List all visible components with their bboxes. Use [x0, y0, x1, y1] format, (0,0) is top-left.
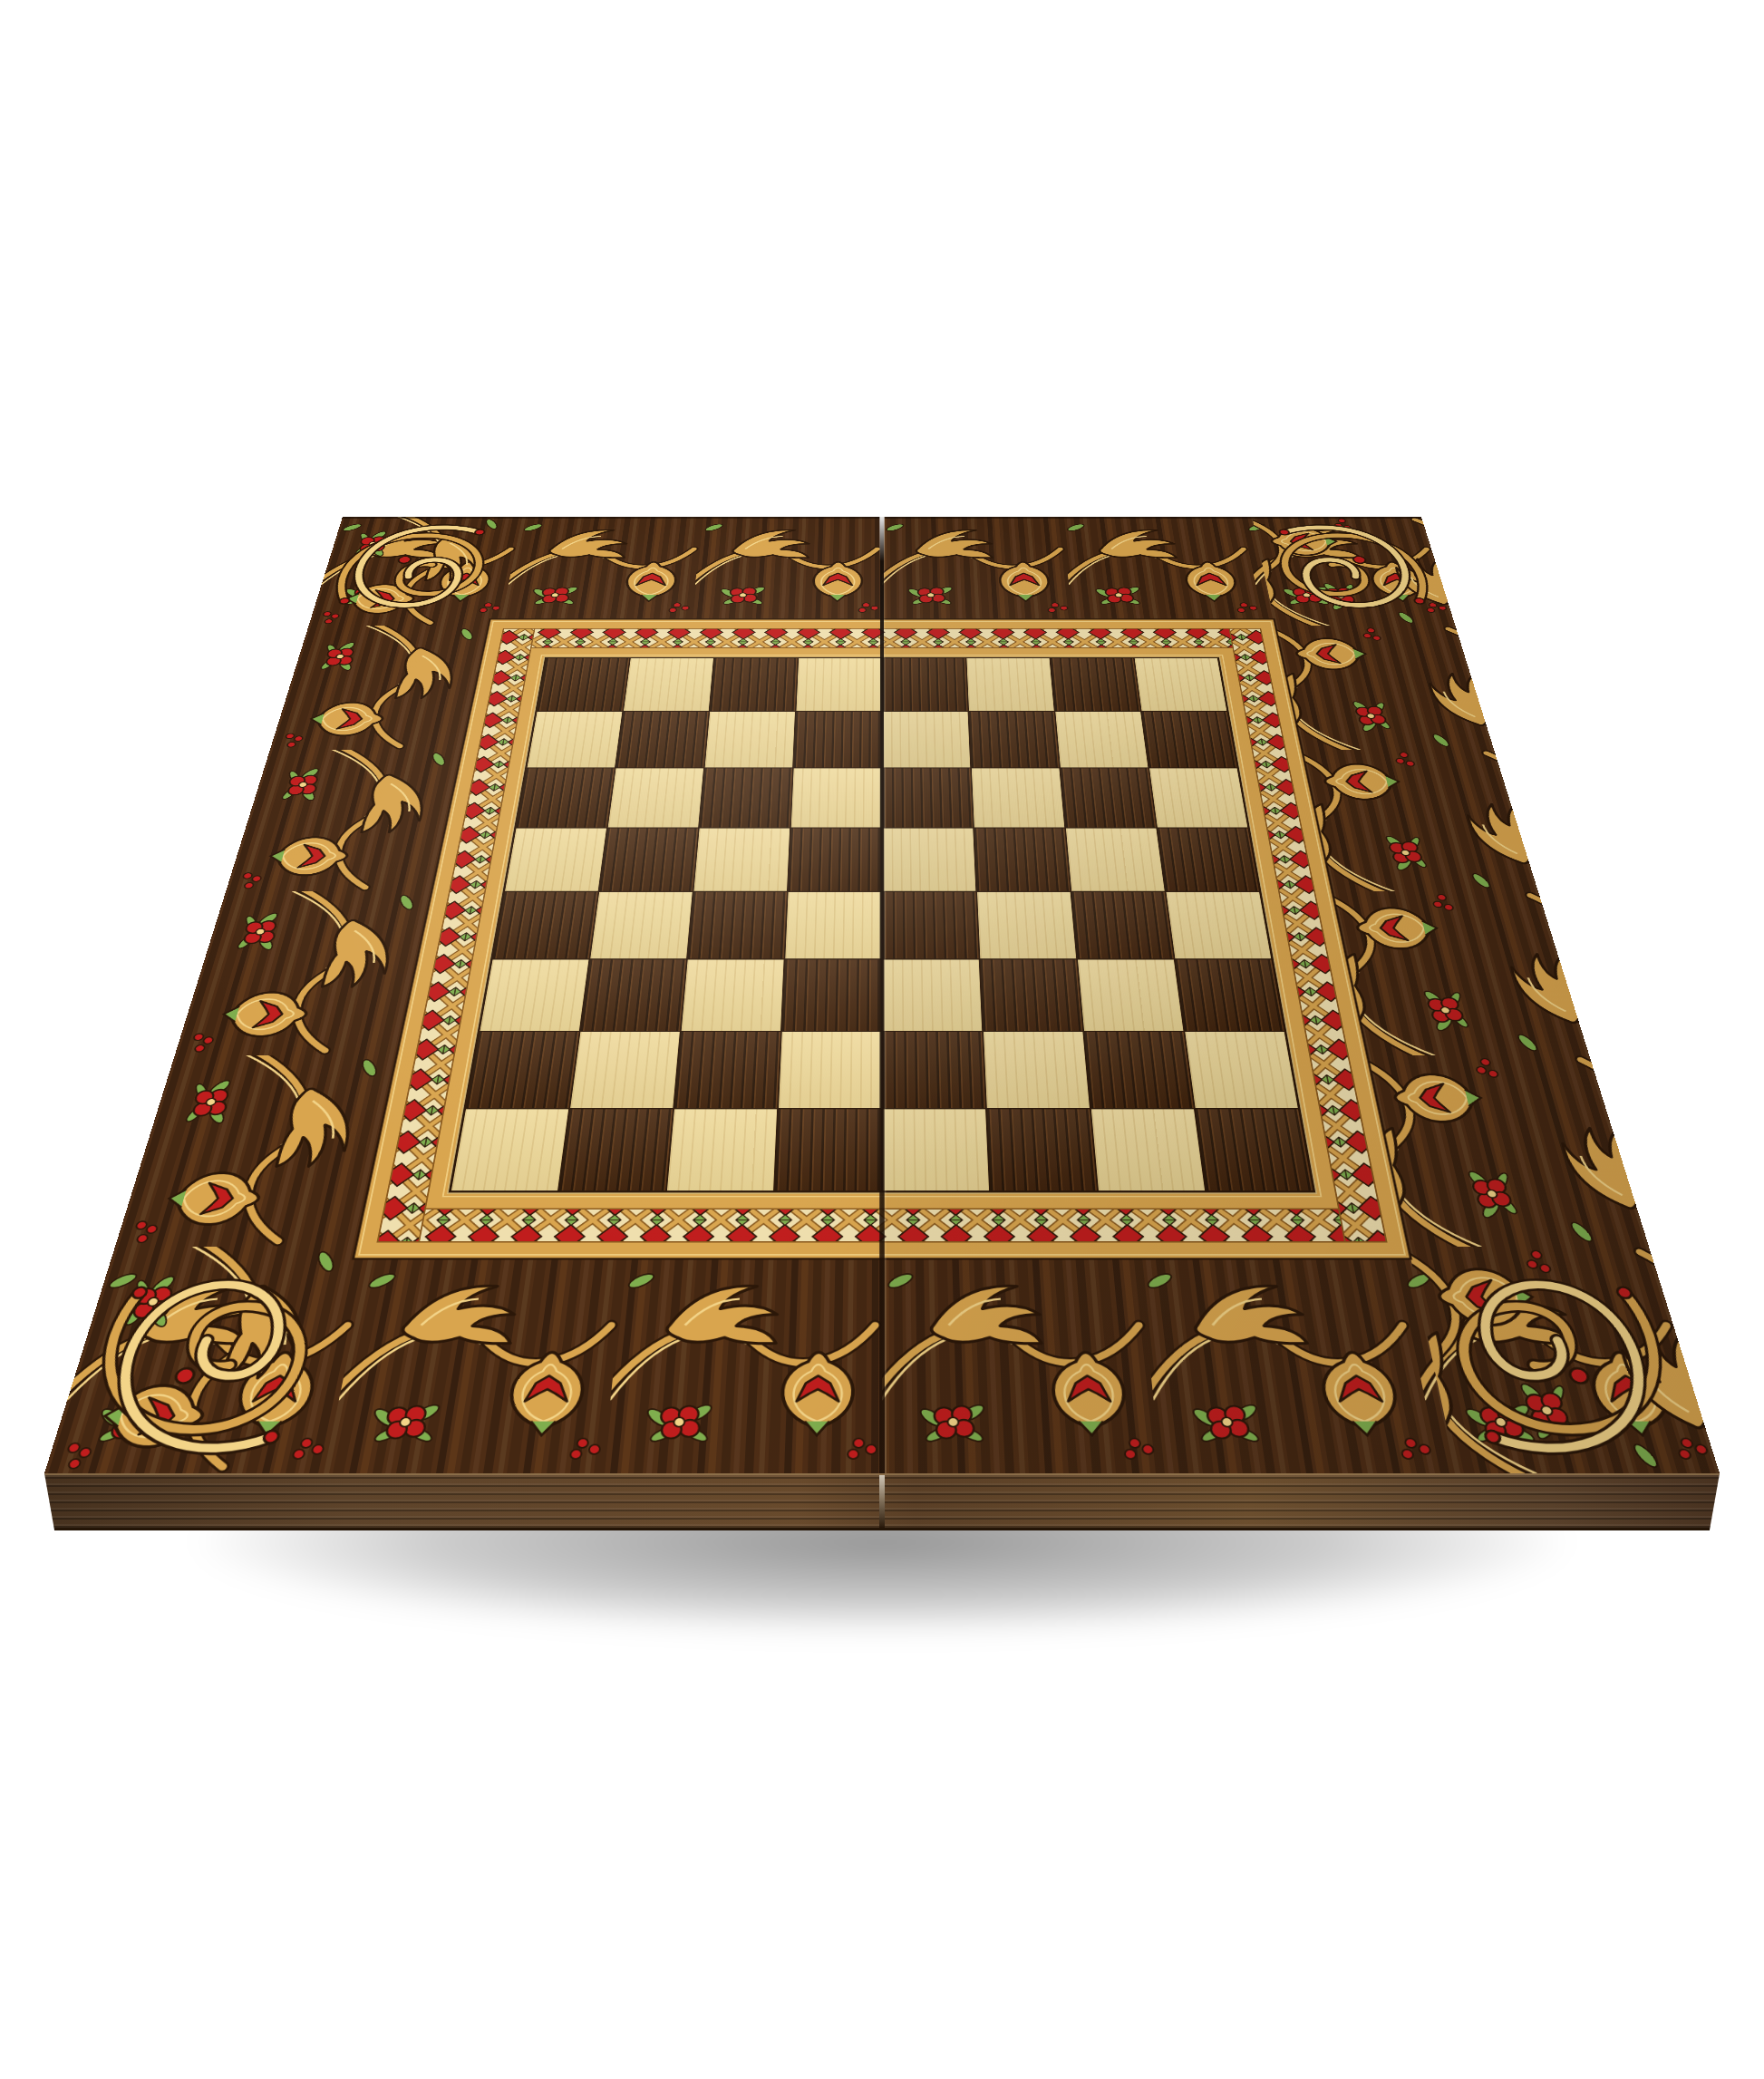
- square-b6: [608, 768, 703, 827]
- square-f1: [987, 1109, 1097, 1190]
- square-h3: [1176, 959, 1284, 1030]
- square-c5: [693, 829, 790, 891]
- square-c3: [682, 959, 784, 1030]
- square-h5: [1158, 829, 1259, 891]
- square-a5: [505, 829, 606, 891]
- square-g8: [1051, 658, 1140, 711]
- square-d6: [791, 768, 882, 827]
- square-g2: [1084, 1032, 1194, 1108]
- square-b7: [616, 712, 709, 767]
- square-b3: [581, 959, 686, 1030]
- square-c8: [710, 658, 797, 711]
- square-c2: [674, 1032, 780, 1108]
- square-a2: [466, 1032, 579, 1108]
- square-c6: [700, 768, 792, 827]
- box-front-edge: [44, 1473, 1720, 1530]
- square-c7: [705, 712, 795, 767]
- square-b5: [599, 829, 698, 891]
- square-d2: [779, 1032, 881, 1108]
- square-h7: [1142, 712, 1237, 767]
- square-d4: [785, 892, 881, 959]
- square-a3: [480, 959, 588, 1030]
- square-a7: [528, 712, 623, 767]
- square-h6: [1149, 768, 1247, 827]
- square-f2: [984, 1032, 1090, 1108]
- square-f7: [969, 712, 1059, 767]
- square-f5: [974, 829, 1071, 891]
- square-f6: [972, 768, 1064, 827]
- square-e5: [883, 829, 976, 891]
- square-d3: [782, 959, 881, 1030]
- square-d1: [775, 1109, 881, 1190]
- square-e1: [883, 1109, 989, 1190]
- square-g4: [1071, 892, 1174, 959]
- square-e8: [883, 658, 968, 711]
- square-d7: [794, 712, 882, 767]
- square-g6: [1061, 768, 1156, 827]
- square-h8: [1135, 658, 1227, 711]
- fold-seam-gap: [879, 517, 884, 561]
- square-g7: [1055, 712, 1148, 767]
- square-e4: [883, 892, 979, 959]
- square-a8: [538, 658, 630, 711]
- square-a4: [493, 892, 598, 959]
- square-g1: [1091, 1109, 1205, 1190]
- front-edge-seam: [879, 1475, 885, 1528]
- square-f4: [977, 892, 1076, 959]
- square-g5: [1066, 829, 1165, 891]
- square-e7: [883, 712, 971, 767]
- square-d8: [796, 658, 881, 711]
- photo-background: Empty ornate wooden folding chess board …: [0, 0, 1764, 2079]
- square-e3: [883, 959, 982, 1030]
- square-h4: [1166, 892, 1271, 959]
- square-h2: [1185, 1032, 1298, 1108]
- square-a6: [517, 768, 615, 827]
- square-f3: [980, 959, 1082, 1030]
- square-f8: [966, 658, 1053, 711]
- square-c4: [688, 892, 787, 959]
- square-c1: [667, 1109, 777, 1190]
- board-top-face: [44, 517, 1720, 1473]
- square-b1: [559, 1109, 673, 1190]
- board-scene: [44, 0, 1720, 1473]
- board-shadow: [0, 1494, 1764, 1793]
- square-b8: [624, 658, 713, 711]
- square-b2: [570, 1032, 680, 1108]
- square-d5: [789, 829, 882, 891]
- square-h1: [1196, 1109, 1313, 1190]
- square-b4: [590, 892, 693, 959]
- square-e6: [883, 768, 974, 827]
- square-g3: [1078, 959, 1183, 1030]
- square-a1: [451, 1109, 568, 1190]
- square-e2: [883, 1032, 985, 1108]
